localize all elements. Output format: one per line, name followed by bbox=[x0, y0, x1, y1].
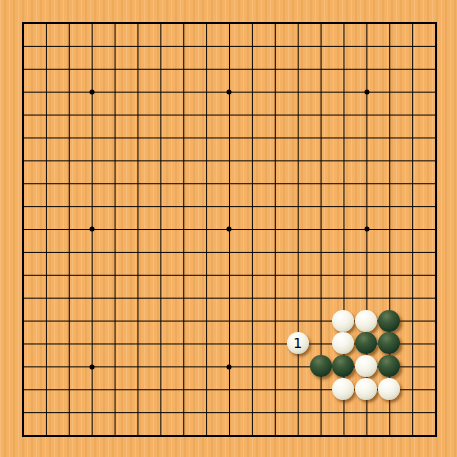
black-stone bbox=[378, 310, 400, 332]
intersection-P5[interactable] bbox=[332, 332, 355, 355]
intersection-Q3[interactable] bbox=[355, 378, 378, 401]
intersection-Q4[interactable] bbox=[355, 355, 378, 378]
white-stone bbox=[378, 378, 400, 400]
white-stone bbox=[355, 355, 377, 377]
intersection-R6[interactable] bbox=[378, 309, 401, 332]
black-stone bbox=[378, 355, 400, 377]
black-stone bbox=[332, 355, 354, 377]
intersection-O4[interactable] bbox=[309, 355, 332, 378]
black-stone bbox=[310, 355, 332, 377]
go-board-stones: 1 bbox=[12, 12, 447, 447]
intersection-P6[interactable] bbox=[332, 309, 355, 332]
black-stone bbox=[355, 332, 377, 354]
white-stone bbox=[332, 332, 354, 354]
intersection-P3[interactable] bbox=[332, 378, 355, 401]
move-number-label: 1 bbox=[293, 336, 302, 350]
intersection-N5[interactable]: 1 bbox=[286, 332, 309, 355]
intersection-R3[interactable] bbox=[378, 378, 401, 401]
intersection-R4[interactable] bbox=[378, 355, 401, 378]
intersection-Q6[interactable] bbox=[355, 309, 378, 332]
white-stone bbox=[355, 310, 377, 332]
white-stone bbox=[332, 378, 354, 400]
go-board[interactable]: 1 bbox=[0, 0, 457, 457]
white-stone-move-1: 1 bbox=[287, 332, 309, 354]
black-stone bbox=[378, 332, 400, 354]
white-stone bbox=[332, 310, 354, 332]
intersection-Q5[interactable] bbox=[355, 332, 378, 355]
intersection-R5[interactable] bbox=[378, 332, 401, 355]
white-stone bbox=[355, 378, 377, 400]
intersection-P4[interactable] bbox=[332, 355, 355, 378]
